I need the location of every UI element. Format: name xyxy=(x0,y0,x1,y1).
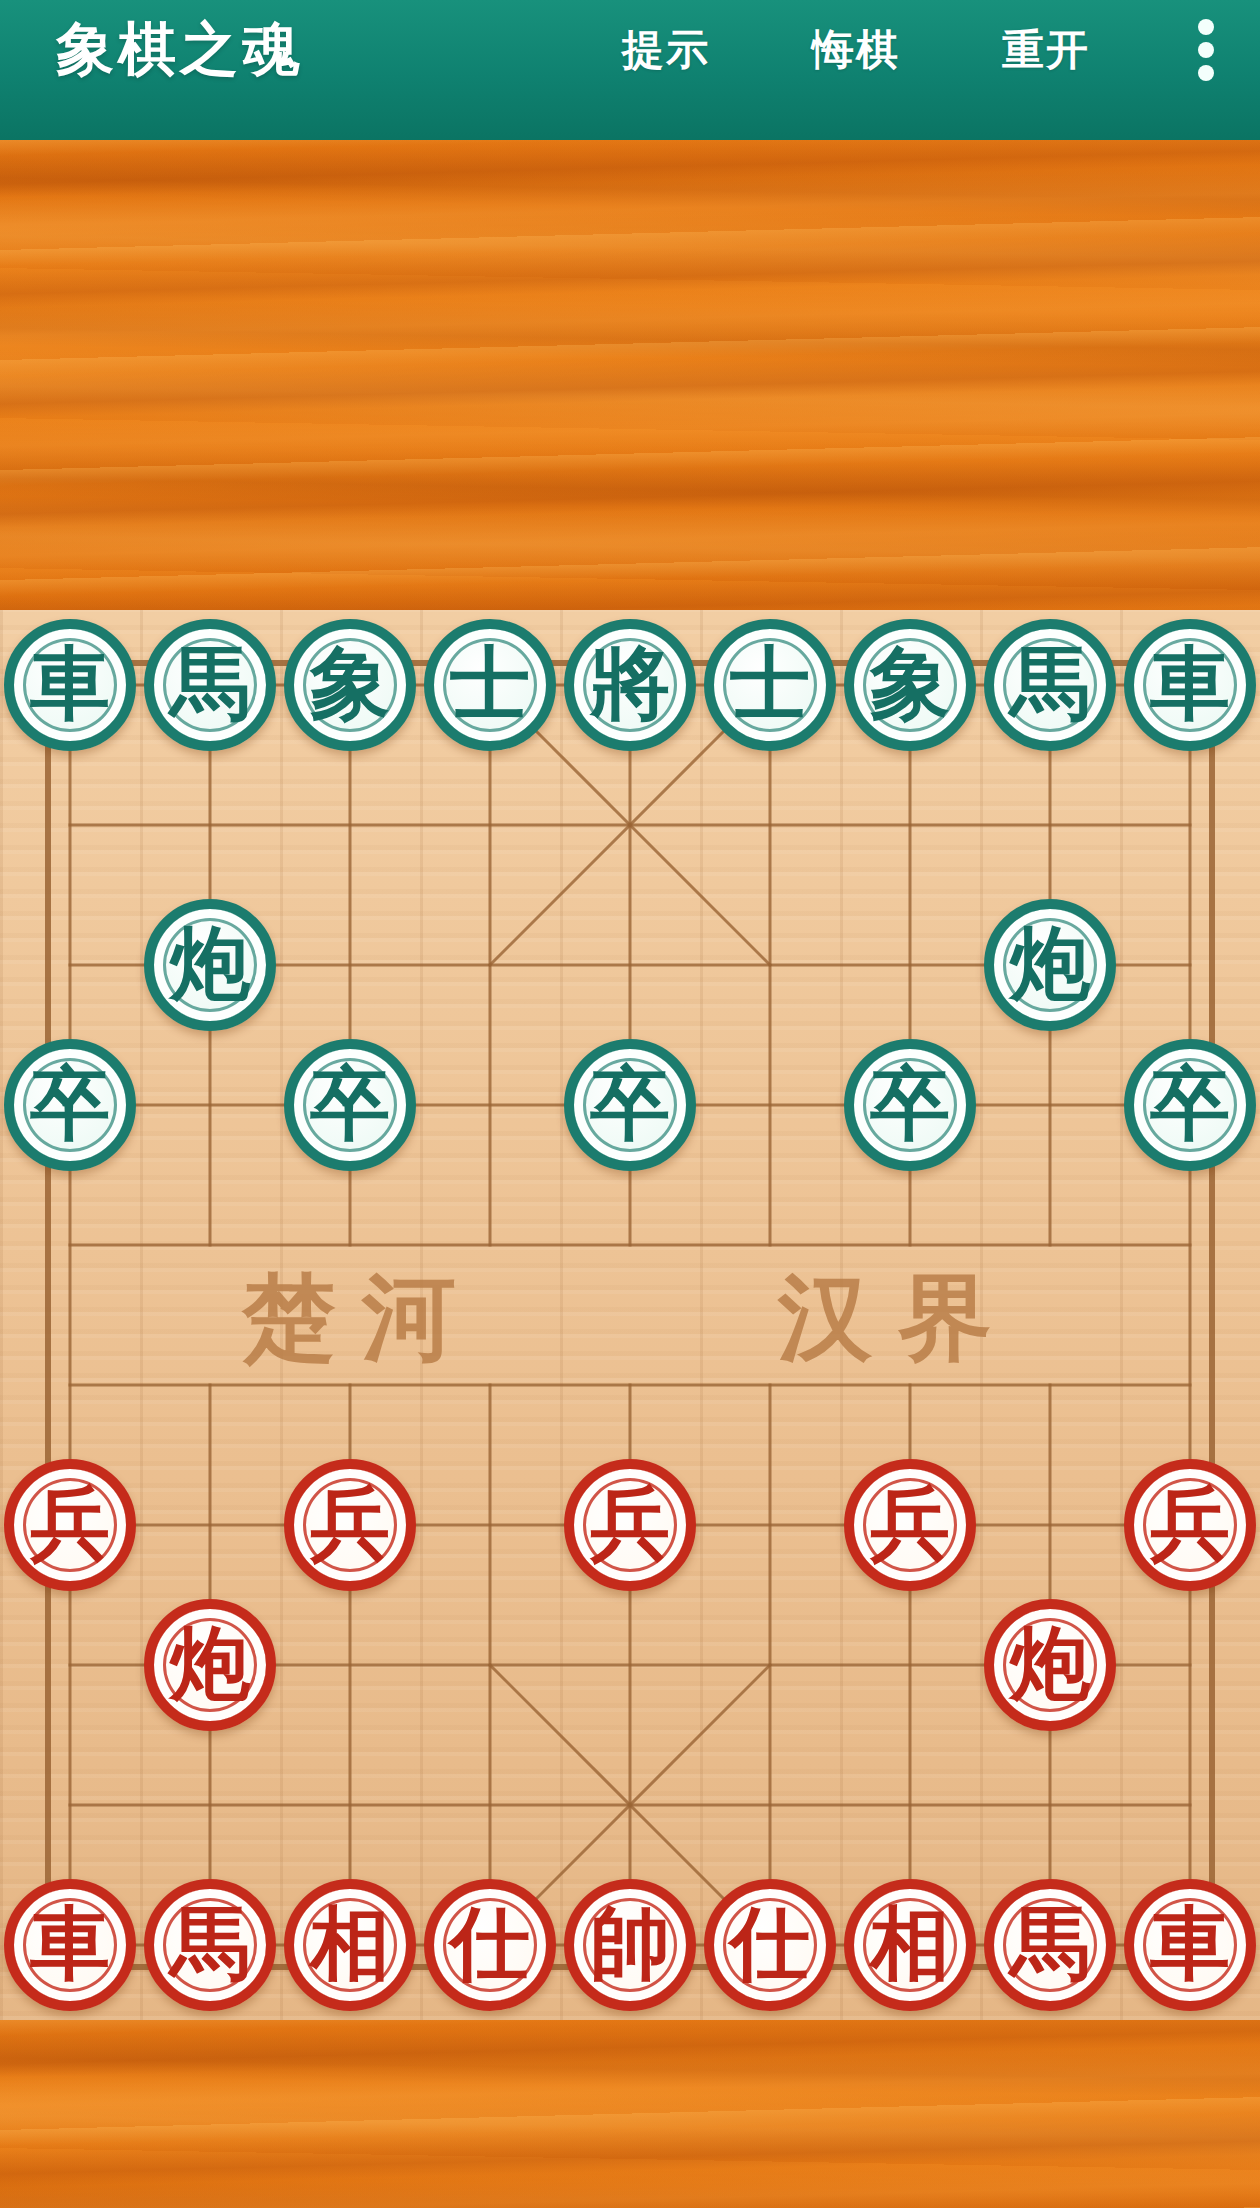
piece-glyph: 仕 xyxy=(730,1904,810,1984)
piece-red-soldier[interactable]: 兵 xyxy=(564,1459,696,1591)
piece-glyph: 車 xyxy=(1150,1904,1230,1984)
piece-black-elephant[interactable]: 象 xyxy=(284,619,416,751)
piece-glyph: 炮 xyxy=(170,1624,250,1704)
piece-red-soldier[interactable]: 兵 xyxy=(4,1459,136,1591)
piece-red-elephant[interactable]: 相 xyxy=(844,1879,976,2011)
piece-black-cannon[interactable]: 炮 xyxy=(984,899,1116,1031)
piece-black-elephant[interactable]: 象 xyxy=(844,619,976,751)
piece-glyph: 馬 xyxy=(1010,1904,1090,1984)
piece-black-soldier[interactable]: 卒 xyxy=(564,1039,696,1171)
hint-button[interactable]: 提示 xyxy=(618,14,714,86)
piece-black-horse[interactable]: 馬 xyxy=(144,619,276,751)
piece-glyph: 兵 xyxy=(30,1484,110,1564)
piece-glyph: 卒 xyxy=(30,1064,110,1144)
piece-red-chariot[interactable]: 車 xyxy=(1124,1879,1256,2011)
piece-glyph: 兵 xyxy=(310,1484,390,1564)
piece-glyph: 馬 xyxy=(170,644,250,724)
piece-glyph: 馬 xyxy=(1010,644,1090,724)
piece-red-horse[interactable]: 馬 xyxy=(144,1879,276,2011)
piece-black-advisor[interactable]: 士 xyxy=(704,619,836,751)
piece-black-soldier[interactable]: 卒 xyxy=(1124,1039,1256,1171)
restart-button[interactable]: 重开 xyxy=(998,14,1094,86)
piece-glyph: 炮 xyxy=(170,924,250,1004)
piece-black-general[interactable]: 將 xyxy=(564,619,696,751)
piece-glyph: 卒 xyxy=(310,1064,390,1144)
undo-button[interactable]: 悔棋 xyxy=(808,14,904,86)
piece-glyph: 卒 xyxy=(1150,1064,1230,1144)
piece-red-general[interactable]: 帥 xyxy=(564,1879,696,2011)
piece-glyph: 相 xyxy=(310,1904,390,1984)
piece-black-horse[interactable]: 馬 xyxy=(984,619,1116,751)
piece-black-soldier[interactable]: 卒 xyxy=(4,1039,136,1171)
piece-glyph: 象 xyxy=(310,644,390,724)
kebab-menu-icon xyxy=(1198,65,1214,81)
xiangqi-board[interactable]: 楚河 汉界 車馬象士將士象馬車炮炮卒卒卒卒卒兵兵兵兵兵炮炮車馬相仕帥仕相馬車 xyxy=(0,610,1260,2020)
piece-glyph: 士 xyxy=(450,644,530,724)
kebab-menu-icon xyxy=(1198,19,1214,35)
piece-red-advisor[interactable]: 仕 xyxy=(424,1879,556,2011)
piece-red-soldier[interactable]: 兵 xyxy=(284,1459,416,1591)
piece-red-horse[interactable]: 馬 xyxy=(984,1879,1116,2011)
river-label-right: 汉界 xyxy=(778,1258,1018,1378)
piece-glyph: 卒 xyxy=(870,1064,950,1144)
piece-red-chariot[interactable]: 車 xyxy=(4,1879,136,2011)
piece-black-cannon[interactable]: 炮 xyxy=(144,899,276,1031)
piece-glyph: 士 xyxy=(730,644,810,724)
piece-glyph: 象 xyxy=(870,644,950,724)
piece-red-soldier[interactable]: 兵 xyxy=(1124,1459,1256,1591)
wood-background-top xyxy=(0,140,1260,610)
piece-glyph: 兵 xyxy=(590,1484,670,1564)
piece-black-soldier[interactable]: 卒 xyxy=(844,1039,976,1171)
piece-black-chariot[interactable]: 車 xyxy=(1124,619,1256,751)
piece-black-chariot[interactable]: 車 xyxy=(4,619,136,751)
river-label-left: 楚河 xyxy=(242,1258,482,1378)
piece-red-elephant[interactable]: 相 xyxy=(284,1879,416,2011)
piece-glyph: 兵 xyxy=(870,1484,950,1564)
piece-glyph: 馬 xyxy=(170,1904,250,1984)
piece-glyph: 車 xyxy=(1150,644,1230,724)
kebab-menu-icon xyxy=(1198,42,1214,58)
piece-glyph: 車 xyxy=(30,1904,110,1984)
piece-black-advisor[interactable]: 士 xyxy=(424,619,556,751)
piece-glyph: 仕 xyxy=(450,1904,530,1984)
piece-red-soldier[interactable]: 兵 xyxy=(844,1459,976,1591)
piece-glyph: 卒 xyxy=(590,1064,670,1144)
app-bar: 象棋之魂 提示 悔棋 重开 xyxy=(0,0,1260,140)
piece-red-advisor[interactable]: 仕 xyxy=(704,1879,836,2011)
piece-black-soldier[interactable]: 卒 xyxy=(284,1039,416,1171)
wood-background-bottom xyxy=(0,2020,1260,2208)
app-title: 象棋之魂 xyxy=(56,11,304,89)
piece-glyph: 炮 xyxy=(1010,924,1090,1004)
board-grid xyxy=(0,610,1260,2020)
piece-glyph: 炮 xyxy=(1010,1624,1090,1704)
piece-glyph: 相 xyxy=(870,1904,950,1984)
piece-glyph: 將 xyxy=(590,644,670,724)
piece-glyph: 帥 xyxy=(590,1904,670,1984)
piece-glyph: 兵 xyxy=(1150,1484,1230,1564)
overflow-menu-button[interactable] xyxy=(1180,9,1232,91)
piece-red-cannon[interactable]: 炮 xyxy=(144,1599,276,1731)
piece-red-cannon[interactable]: 炮 xyxy=(984,1599,1116,1731)
piece-glyph: 車 xyxy=(30,644,110,724)
